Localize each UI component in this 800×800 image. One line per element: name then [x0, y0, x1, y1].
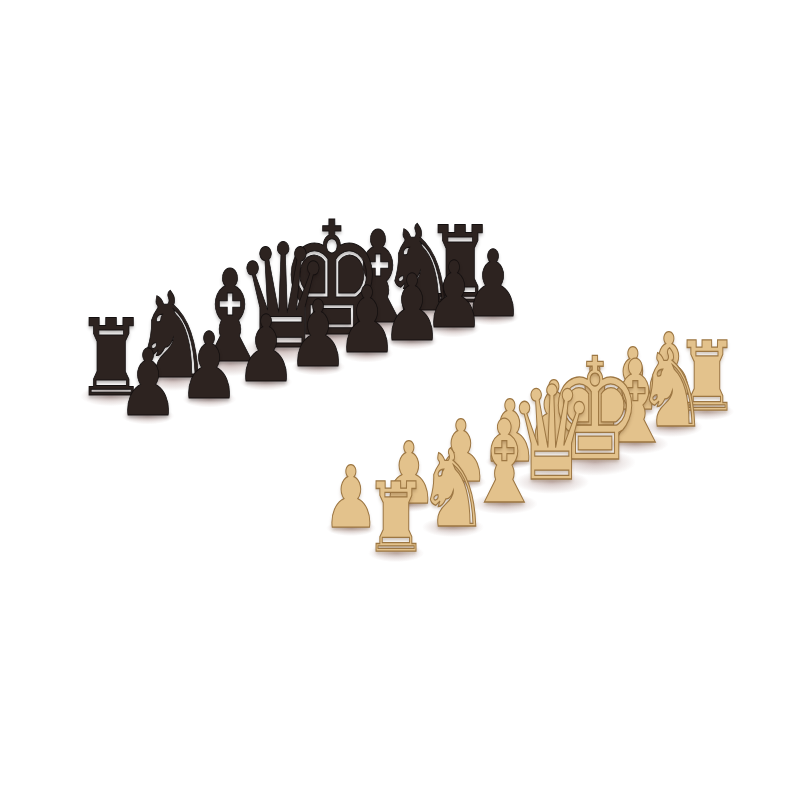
square-a5[interactable]	[173, 437, 276, 480]
piece-white-rook-a1[interactable]: ♜	[353, 471, 439, 567]
square-b5[interactable]	[236, 418, 333, 458]
product-photo-stage: ♜♞♝♛♚♝♞♜♟♟♟♟♟♟♟♟♟♟♟♟♟♟♟♟♜♞♝♛♚♝♞♜	[0, 0, 800, 800]
square-d5[interactable]	[348, 385, 435, 420]
piece-black-pawn-a7[interactable]: ♟	[106, 337, 189, 429]
pieces-layer: ♜♞♝♛♚♝♞♜♟♟♟♟♟♟♟♟♟♟♟♟♟♟♟♟♜♞♝♛♚♝♞♜	[0, 0, 800, 800]
square-a4[interactable]	[213, 458, 317, 503]
white-rook-glyph: ♜	[364, 471, 428, 567]
black-pawn-glyph: ♟	[117, 337, 178, 429]
